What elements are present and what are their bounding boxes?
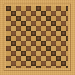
board-border-line-left [3, 4, 4, 71]
board-square[interactable] [66, 66, 68, 68]
board-border-line-right [70, 4, 71, 71]
board-grid [6, 6, 68, 68]
checkers-board[interactable] [6, 6, 68, 68]
board-border-line-bottom [4, 70, 71, 71]
checkerboard-image [0, 0, 75, 75]
board-border-line-top [4, 3, 71, 4]
